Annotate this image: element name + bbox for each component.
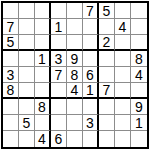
cell-r6c7-given-7[interactable]: 7: [99, 83, 115, 99]
cell-r4c5-given-9[interactable]: 9: [67, 51, 83, 67]
cell-r7c8-empty[interactable]: [115, 99, 131, 115]
cell-r3c2-empty[interactable]: [19, 35, 35, 51]
cell-r2c9-empty[interactable]: [131, 19, 147, 35]
cell-r3c3-empty[interactable]: [35, 35, 51, 51]
cell-r5c4-given-7[interactable]: 7: [51, 67, 67, 83]
cell-r6c2-empty[interactable]: [19, 83, 35, 99]
cell-r6c9-empty[interactable]: [131, 83, 147, 99]
cell-r1c2-empty[interactable]: [19, 3, 35, 19]
cell-r3c4-empty[interactable]: [51, 35, 67, 51]
cell-r3c6-empty[interactable]: [83, 35, 99, 51]
cell-r6c1-given-8[interactable]: 8: [3, 83, 19, 99]
cell-r2c5-empty[interactable]: [67, 19, 83, 35]
cell-r8c5-empty[interactable]: [67, 115, 83, 131]
cell-r1c7-given-5[interactable]: 5: [99, 3, 115, 19]
cell-r9c9-empty[interactable]: [131, 131, 147, 147]
cell-r7c5-empty[interactable]: [67, 99, 83, 115]
cell-r7c2-empty[interactable]: [19, 99, 35, 115]
cell-r2c8-given-4[interactable]: 4: [115, 19, 131, 35]
cell-r9c8-empty[interactable]: [115, 131, 131, 147]
cell-r9c4-given-6[interactable]: 6: [51, 131, 67, 147]
cell-r1c3-empty[interactable]: [35, 3, 51, 19]
cell-r7c7-empty[interactable]: [99, 99, 115, 115]
cell-r5c2-empty[interactable]: [19, 67, 35, 83]
cell-r3c5-empty[interactable]: [67, 35, 83, 51]
cell-r9c3-given-4[interactable]: 4: [35, 131, 51, 147]
cell-r4c1-empty[interactable]: [3, 51, 19, 67]
cell-r6c6-given-1[interactable]: 1: [83, 83, 99, 99]
cell-r4c4-given-3[interactable]: 3: [51, 51, 67, 67]
cell-r4c9-given-8[interactable]: 8: [131, 51, 147, 67]
cell-r9c7-empty[interactable]: [99, 131, 115, 147]
cell-r3c7-given-2[interactable]: 2: [99, 35, 115, 51]
cell-r2c1-given-7[interactable]: 7: [3, 19, 19, 35]
cell-r2c4-given-1[interactable]: 1: [51, 19, 67, 35]
cell-r4c7-empty[interactable]: [99, 51, 115, 67]
sudoku-board: 757145213983786484178953146: [1, 1, 149, 149]
cell-r2c7-empty[interactable]: [99, 19, 115, 35]
cell-r9c1-empty[interactable]: [3, 131, 19, 147]
cell-r5c6-given-6[interactable]: 6: [83, 67, 99, 83]
cell-r8c7-empty[interactable]: [99, 115, 115, 131]
cell-r1c8-empty[interactable]: [115, 3, 131, 19]
cell-r1c6-given-7[interactable]: 7: [83, 3, 99, 19]
cell-r7c3-given-8[interactable]: 8: [35, 99, 51, 115]
cell-r5c3-empty[interactable]: [35, 67, 51, 83]
cell-r5c8-empty[interactable]: [115, 67, 131, 83]
cell-r8c8-empty[interactable]: [115, 115, 131, 131]
cell-r1c9-empty[interactable]: [131, 3, 147, 19]
cell-r4c8-empty[interactable]: [115, 51, 131, 67]
cell-r5c7-empty[interactable]: [99, 67, 115, 83]
cell-r5c1-given-3[interactable]: 3: [3, 67, 19, 83]
cell-r5c5-given-8[interactable]: 8: [67, 67, 83, 83]
cell-r8c4-empty[interactable]: [51, 115, 67, 131]
cell-r2c3-empty[interactable]: [35, 19, 51, 35]
cell-r9c5-empty[interactable]: [67, 131, 83, 147]
cell-r8c1-empty[interactable]: [3, 115, 19, 131]
cell-r5c9-given-4[interactable]: 4: [131, 67, 147, 83]
cell-r8c3-empty[interactable]: [35, 115, 51, 131]
cell-r7c1-empty[interactable]: [3, 99, 19, 115]
cell-r2c2-empty[interactable]: [19, 19, 35, 35]
cell-r3c9-empty[interactable]: [131, 35, 147, 51]
cell-r1c4-empty[interactable]: [51, 3, 67, 19]
cell-r7c9-given-9[interactable]: 9: [131, 99, 147, 115]
cell-r9c2-empty[interactable]: [19, 131, 35, 147]
cell-r8c9-given-1[interactable]: 1: [131, 115, 147, 131]
cell-r7c6-empty[interactable]: [83, 99, 99, 115]
cell-r8c6-given-3[interactable]: 3: [83, 115, 99, 131]
cell-r3c8-empty[interactable]: [115, 35, 131, 51]
cell-r3c1-given-5[interactable]: 5: [3, 35, 19, 51]
cell-r6c4-empty[interactable]: [51, 83, 67, 99]
cell-r4c6-empty[interactable]: [83, 51, 99, 67]
cell-r1c1-empty[interactable]: [3, 3, 19, 19]
cell-r6c5-given-4[interactable]: 4: [67, 83, 83, 99]
cell-r6c3-empty[interactable]: [35, 83, 51, 99]
cell-r4c3-given-1[interactable]: 1: [35, 51, 51, 67]
cell-r1c5-empty[interactable]: [67, 3, 83, 19]
cell-r8c2-given-5[interactable]: 5: [19, 115, 35, 131]
cell-r7c4-empty[interactable]: [51, 99, 67, 115]
cell-r2c6-empty[interactable]: [83, 19, 99, 35]
cell-r6c8-empty[interactable]: [115, 83, 131, 99]
cell-r9c6-empty[interactable]: [83, 131, 99, 147]
cell-r4c2-empty[interactable]: [19, 51, 35, 67]
